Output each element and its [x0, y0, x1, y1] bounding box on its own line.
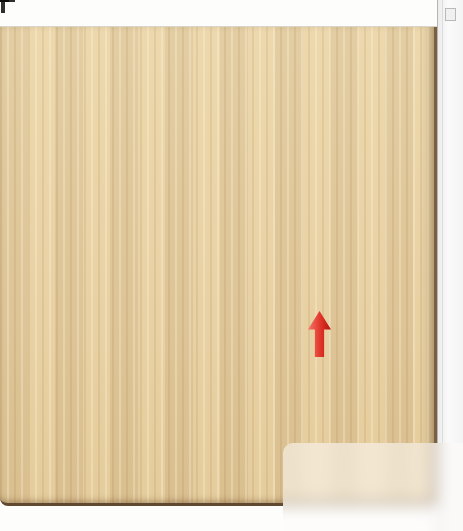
crosshair-cursor — [0, 0, 15, 13]
xiangqi-game-screen — [0, 0, 463, 531]
watermark-overlay — [283, 443, 463, 531]
crosshair-echo-icon — [0, 0, 15, 13]
board[interactable] — [0, 27, 437, 506]
top-coordinates — [0, 0, 437, 27]
